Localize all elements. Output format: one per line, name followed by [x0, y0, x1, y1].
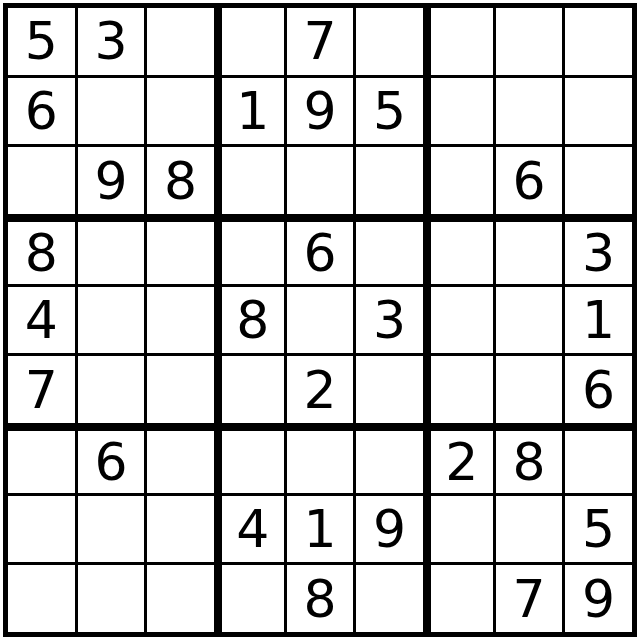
cell-r9c5[interactable]: 8 — [287, 565, 354, 632]
cell-r5c9[interactable]: 1 — [565, 287, 632, 354]
cell-r4c1[interactable]: 8 — [8, 217, 75, 284]
cell-r1c5[interactable]: 7 — [287, 8, 354, 75]
cell-r4c5[interactable]: 6 — [287, 217, 354, 284]
cell-r8c1[interactable] — [8, 496, 75, 563]
cell-r2c7[interactable] — [426, 78, 493, 145]
sudoku-grid: 537619598686348317266284195879 — [8, 8, 632, 632]
cell-r5c8[interactable] — [496, 287, 563, 354]
cell-r8c2[interactable] — [78, 496, 145, 563]
cell-r6c7[interactable] — [426, 356, 493, 423]
cell-r4c4[interactable] — [217, 217, 284, 284]
cell-r5c5[interactable] — [287, 287, 354, 354]
sudoku-board: 537619598686348317266284195879 — [3, 3, 637, 637]
cell-r3c6[interactable] — [356, 147, 423, 214]
cell-r7c4[interactable] — [217, 426, 284, 493]
page-background: 537619598686348317266284195879 — [0, 0, 640, 640]
cell-r9c8[interactable]: 7 — [496, 565, 563, 632]
cell-r8c6[interactable]: 9 — [356, 496, 423, 563]
cell-r5c2[interactable] — [78, 287, 145, 354]
cell-r6c1[interactable]: 7 — [8, 356, 75, 423]
cell-r6c4[interactable] — [217, 356, 284, 423]
cell-r5c3[interactable] — [147, 287, 214, 354]
cell-r2c4[interactable]: 1 — [217, 78, 284, 145]
cell-r8c8[interactable] — [496, 496, 563, 563]
cell-r9c9[interactable]: 9 — [565, 565, 632, 632]
cell-r4c7[interactable] — [426, 217, 493, 284]
cell-r5c1[interactable]: 4 — [8, 287, 75, 354]
cell-r5c7[interactable] — [426, 287, 493, 354]
cell-r9c6[interactable] — [356, 565, 423, 632]
cell-r8c7[interactable] — [426, 496, 493, 563]
cell-r6c9[interactable]: 6 — [565, 356, 632, 423]
cell-r4c3[interactable] — [147, 217, 214, 284]
cell-r7c5[interactable] — [287, 426, 354, 493]
cell-r9c4[interactable] — [217, 565, 284, 632]
cell-r6c3[interactable] — [147, 356, 214, 423]
cell-r1c1[interactable]: 5 — [8, 8, 75, 75]
cell-r3c9[interactable] — [565, 147, 632, 214]
cell-r6c6[interactable] — [356, 356, 423, 423]
cell-r6c5[interactable]: 2 — [287, 356, 354, 423]
cell-r8c3[interactable] — [147, 496, 214, 563]
cell-r3c1[interactable] — [8, 147, 75, 214]
cell-r7c8[interactable]: 8 — [496, 426, 563, 493]
cell-r7c9[interactable] — [565, 426, 632, 493]
cell-r8c4[interactable]: 4 — [217, 496, 284, 563]
cell-r8c5[interactable]: 1 — [287, 496, 354, 563]
cell-r2c1[interactable]: 6 — [8, 78, 75, 145]
cell-r4c9[interactable]: 3 — [565, 217, 632, 284]
cell-r5c6[interactable]: 3 — [356, 287, 423, 354]
cell-r2c5[interactable]: 9 — [287, 78, 354, 145]
cell-r3c7[interactable] — [426, 147, 493, 214]
cell-r5c4[interactable]: 8 — [217, 287, 284, 354]
cell-r4c8[interactable] — [496, 217, 563, 284]
cell-r2c8[interactable] — [496, 78, 563, 145]
cell-r1c2[interactable]: 3 — [78, 8, 145, 75]
cell-r9c1[interactable] — [8, 565, 75, 632]
cell-r2c3[interactable] — [147, 78, 214, 145]
cell-r3c3[interactable]: 8 — [147, 147, 214, 214]
cell-r2c2[interactable] — [78, 78, 145, 145]
cell-r1c8[interactable] — [496, 8, 563, 75]
cell-r7c3[interactable] — [147, 426, 214, 493]
cell-r4c2[interactable] — [78, 217, 145, 284]
cell-r3c2[interactable]: 9 — [78, 147, 145, 214]
cell-r1c6[interactable] — [356, 8, 423, 75]
cell-r3c5[interactable] — [287, 147, 354, 214]
cell-r9c3[interactable] — [147, 565, 214, 632]
cell-r7c1[interactable] — [8, 426, 75, 493]
cell-r2c6[interactable]: 5 — [356, 78, 423, 145]
cell-r9c7[interactable] — [426, 565, 493, 632]
cell-r3c4[interactable] — [217, 147, 284, 214]
cell-r1c3[interactable] — [147, 8, 214, 75]
cell-r1c7[interactable] — [426, 8, 493, 75]
cell-r1c9[interactable] — [565, 8, 632, 75]
cell-r8c9[interactable]: 5 — [565, 496, 632, 563]
cell-r7c7[interactable]: 2 — [426, 426, 493, 493]
cell-r9c2[interactable] — [78, 565, 145, 632]
cell-r7c6[interactable] — [356, 426, 423, 493]
cell-r4c6[interactable] — [356, 217, 423, 284]
cell-r3c8[interactable]: 6 — [496, 147, 563, 214]
cell-r7c2[interactable]: 6 — [78, 426, 145, 493]
cell-r6c2[interactable] — [78, 356, 145, 423]
cell-r1c4[interactable] — [217, 8, 284, 75]
cell-r6c8[interactable] — [496, 356, 563, 423]
cell-r2c9[interactable] — [565, 78, 632, 145]
